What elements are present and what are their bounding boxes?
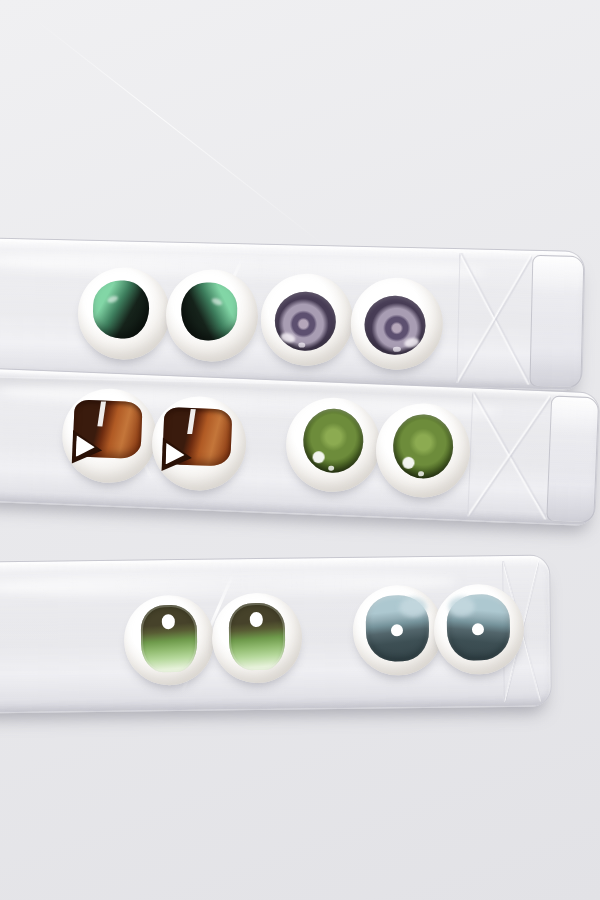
doll-eye-tube-top-3: [260, 273, 354, 367]
photo-scene: [0, 0, 600, 900]
tube-bottom: [0, 554, 552, 713]
doll-eye-tube-top-1: [77, 266, 171, 360]
iris-triangle-highlight: [159, 435, 194, 474]
doll-eye-tube-top-2: [165, 268, 259, 362]
doll-eye-tube-bottom-3: [352, 585, 443, 676]
doll-eye-tube-middle-2: [150, 395, 248, 493]
iris-forest-green: [141, 605, 198, 673]
tube-top: [0, 237, 586, 391]
iris-slate-blue: [365, 595, 429, 661]
iris-forest-green: [229, 603, 286, 671]
iris-amber-brown: [73, 400, 143, 459]
iris-olive-green: [302, 408, 365, 474]
tube-crimp-fold: [467, 392, 551, 519]
tube-middle: [0, 368, 600, 527]
iris-violet-swirl: [364, 295, 426, 355]
pupil-highlight-dot: [161, 614, 174, 628]
doll-eye-tube-middle-3: [284, 396, 382, 494]
iris-slate-blue: [446, 594, 510, 660]
doll-eye-tube-middle-1: [60, 387, 158, 485]
tube-end-cap: [529, 255, 584, 388]
iris-triangle-highlight: [69, 428, 104, 467]
iris-highlight-slit: [187, 409, 195, 434]
iris-amber-brown: [162, 407, 232, 466]
iris-violet-swirl: [274, 291, 336, 351]
doll-eye-tube-middle-4: [374, 402, 472, 500]
iris-mint-green: [180, 282, 237, 341]
tube-crimp-fold: [456, 253, 532, 384]
tube-end-cap: [546, 395, 599, 523]
iris-mint-green: [92, 280, 149, 339]
iris-highlight-slit: [98, 401, 106, 426]
surface-scratch: [33, 18, 333, 253]
pupil-highlight-dot: [472, 623, 484, 635]
doll-eye-tube-top-4: [350, 277, 444, 371]
pupil-highlight-dot: [391, 624, 403, 636]
iris-olive-green: [392, 413, 455, 479]
doll-eye-tube-bottom-2: [212, 593, 303, 684]
pupil-highlight-dot: [249, 612, 262, 626]
doll-eye-tube-bottom-1: [124, 595, 215, 686]
